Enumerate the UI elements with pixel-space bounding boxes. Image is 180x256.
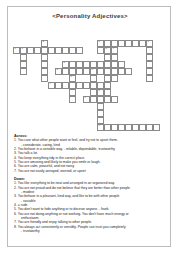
grid-cell[interactable]: 3 — [104, 47, 111, 54]
empty-cell — [90, 117, 97, 124]
empty-cell — [132, 110, 139, 117]
empty-cell — [27, 61, 34, 68]
empty-cell — [111, 110, 118, 117]
empty-cell — [13, 68, 20, 75]
empty-cell — [90, 40, 97, 47]
empty-cell — [27, 89, 34, 96]
empty-cell — [27, 117, 34, 124]
empty-cell — [160, 68, 167, 75]
grid-cell[interactable] — [76, 82, 83, 89]
empty-cell — [20, 75, 27, 82]
empty-cell — [160, 117, 167, 124]
grid-cell[interactable] — [69, 82, 76, 89]
clue-number: 1 — [21, 48, 22, 51]
grid-cell[interactable] — [97, 82, 104, 89]
grid-cell[interactable]: 8 — [97, 89, 104, 96]
empty-cell — [41, 103, 48, 110]
empty-cell — [153, 61, 160, 68]
empty-cell — [55, 96, 62, 103]
grid-cell[interactable] — [104, 40, 111, 47]
grid-cell[interactable]: 6 — [69, 75, 76, 82]
grid-cell[interactable] — [48, 47, 55, 54]
empty-cell — [34, 89, 41, 96]
empty-cell — [153, 82, 160, 89]
empty-cell — [20, 124, 27, 131]
grid-cell[interactable] — [83, 68, 90, 75]
empty-cell — [76, 103, 83, 110]
empty-cell — [34, 68, 41, 75]
empty-cell — [153, 54, 160, 61]
empty-cell — [20, 82, 27, 89]
grid-cell[interactable]: 1 — [20, 47, 27, 54]
grid-cell[interactable] — [111, 61, 118, 68]
empty-cell — [41, 117, 48, 124]
empty-cell — [76, 89, 83, 96]
empty-cell — [13, 124, 20, 131]
grid-cell[interactable] — [83, 82, 90, 89]
empty-cell — [83, 124, 90, 131]
grid-cell[interactable] — [111, 40, 118, 47]
empty-cell — [62, 96, 69, 103]
grid-cell[interactable] — [69, 96, 76, 103]
empty-cell — [118, 89, 125, 96]
empty-cell — [139, 68, 146, 75]
empty-cell — [62, 75, 69, 82]
grid-cell[interactable] — [69, 47, 76, 54]
grid-cell[interactable] — [62, 82, 69, 89]
empty-cell — [27, 110, 34, 117]
grid-cell[interactable] — [104, 124, 111, 131]
empty-cell — [104, 110, 111, 117]
clue-number: 3 — [105, 48, 106, 51]
grid-cell[interactable] — [55, 47, 62, 54]
grid-cell[interactable] — [146, 61, 153, 68]
grid-cell[interactable] — [97, 96, 104, 103]
empty-cell — [118, 96, 125, 103]
empty-cell — [139, 54, 146, 61]
grid-cell[interactable] — [125, 68, 132, 75]
empty-cell — [76, 75, 83, 82]
empty-cell — [27, 68, 34, 75]
empty-cell — [118, 110, 125, 117]
grid-cell[interactable]: 6 — [83, 96, 90, 103]
empty-cell — [90, 110, 97, 117]
empty-cell — [62, 103, 69, 110]
empty-cell — [139, 82, 146, 89]
empty-cell — [48, 54, 55, 61]
empty-cell — [62, 89, 69, 96]
grid-cell[interactable] — [118, 124, 125, 131]
empty-cell — [153, 75, 160, 82]
grid-cell[interactable] — [125, 40, 132, 47]
empty-cell — [153, 47, 160, 54]
grid-cell[interactable] — [146, 68, 153, 75]
clue-number: 7 — [91, 69, 92, 72]
clue-number: 2 — [42, 41, 43, 44]
empty-cell — [76, 96, 83, 103]
empty-cell — [34, 110, 41, 117]
empty-cell — [34, 40, 41, 47]
clue-number: 7 — [98, 125, 99, 128]
clue-number: 5 — [98, 41, 99, 44]
grid-cell[interactable]: 2 — [55, 68, 62, 75]
grid-cell[interactable] — [111, 124, 118, 131]
empty-cell — [13, 89, 20, 96]
empty-cell — [139, 89, 146, 96]
grid-cell[interactable] — [76, 68, 83, 75]
grid-cell[interactable] — [104, 96, 111, 103]
grid-cell[interactable] — [34, 47, 41, 54]
grid-cell[interactable] — [139, 124, 146, 131]
empty-cell — [55, 40, 62, 47]
grid-cell[interactable] — [97, 47, 104, 54]
empty-cell — [34, 61, 41, 68]
empty-cell — [97, 54, 104, 61]
empty-cell — [153, 117, 160, 124]
empty-cell — [27, 96, 34, 103]
empty-cell — [153, 110, 160, 117]
clue-number: 2 — [56, 69, 57, 72]
grid-cell[interactable] — [90, 96, 97, 103]
empty-cell — [125, 110, 132, 117]
empty-cell — [160, 124, 167, 131]
grid-cell[interactable] — [104, 61, 111, 68]
empty-cell — [118, 75, 125, 82]
empty-cell — [118, 47, 125, 54]
empty-cell — [160, 110, 167, 117]
empty-cell — [62, 40, 69, 47]
empty-cell — [139, 96, 146, 103]
grid-cell[interactable] — [118, 68, 125, 75]
grid-cell[interactable]: 7 — [97, 124, 104, 131]
empty-cell — [13, 117, 20, 124]
down-clues-list: 1. You like everything to be neat and ar… — [14, 181, 166, 233]
empty-cell — [125, 75, 132, 82]
empty-cell — [111, 103, 118, 110]
empty-cell — [118, 82, 125, 89]
empty-cell — [132, 75, 139, 82]
empty-cell — [146, 89, 153, 96]
empty-cell — [153, 68, 160, 75]
grid-cell[interactable] — [146, 54, 153, 61]
clue-number: 4 — [112, 48, 113, 51]
empty-cell — [97, 75, 104, 82]
empty-cell — [27, 124, 34, 131]
empty-cell — [125, 117, 132, 124]
grid-cell[interactable] — [146, 75, 153, 82]
empty-cell — [83, 40, 90, 47]
empty-cell — [83, 47, 90, 54]
empty-cell — [13, 96, 20, 103]
empty-cell — [125, 82, 132, 89]
grid-cell[interactable]: 5 — [97, 40, 104, 47]
empty-cell — [132, 47, 139, 54]
empty-cell — [69, 103, 76, 110]
empty-cell — [132, 61, 139, 68]
grid-cell[interactable]: 5 — [146, 40, 153, 47]
empty-cell — [62, 110, 69, 117]
empty-cell — [153, 96, 160, 103]
grid-cell[interactable] — [55, 82, 62, 89]
grid-cell[interactable] — [62, 47, 69, 54]
empty-cell — [41, 110, 48, 117]
empty-cell — [146, 110, 153, 117]
grid-cell[interactable]: 2 — [41, 40, 48, 47]
grid-cell[interactable] — [41, 68, 48, 75]
empty-cell — [160, 54, 167, 61]
grid-cell[interactable] — [104, 82, 111, 89]
empty-cell — [27, 54, 34, 61]
empty-cell — [27, 75, 34, 82]
grid-cell[interactable] — [90, 61, 97, 68]
empty-cell — [125, 54, 132, 61]
empty-cell — [83, 117, 90, 124]
empty-cell — [41, 89, 48, 96]
empty-cell — [132, 54, 139, 61]
empty-cell — [48, 124, 55, 131]
empty-cell — [20, 103, 27, 110]
empty-cell — [48, 40, 55, 47]
empty-cell — [111, 117, 118, 124]
grid-cell[interactable] — [90, 89, 97, 96]
grid-cell[interactable]: 7 — [90, 68, 97, 75]
empty-cell — [132, 96, 139, 103]
grid-cell[interactable] — [90, 82, 97, 89]
empty-cell — [139, 47, 146, 54]
grid-cell[interactable] — [97, 117, 104, 124]
empty-cell — [153, 89, 160, 96]
grid-cell[interactable] — [132, 124, 139, 131]
clue-number: 6 — [70, 76, 71, 79]
grid-cell[interactable] — [69, 89, 76, 96]
empty-cell — [139, 117, 146, 124]
empty-cell — [132, 82, 139, 89]
empty-cell — [146, 117, 153, 124]
empty-cell — [20, 40, 27, 47]
empty-cell — [55, 61, 62, 68]
empty-cell — [76, 110, 83, 117]
empty-cell — [160, 89, 167, 96]
empty-cell — [125, 96, 132, 103]
empty-cell — [55, 117, 62, 124]
empty-cell — [69, 40, 76, 47]
empty-cell — [125, 61, 132, 68]
empty-cell — [160, 61, 167, 68]
across-clues-list: 1. You care what other people want or fe… — [14, 138, 166, 173]
grid-cell[interactable] — [139, 40, 146, 47]
clue-number: 5 — [147, 41, 148, 44]
empty-cell — [125, 89, 132, 96]
empty-cell — [55, 89, 62, 96]
empty-cell — [41, 124, 48, 131]
grid-cell[interactable] — [153, 124, 160, 131]
grid-cell[interactable] — [41, 54, 48, 61]
empty-cell — [90, 103, 97, 110]
empty-cell — [160, 75, 167, 82]
empty-cell — [69, 110, 76, 117]
empty-cell — [139, 110, 146, 117]
grid-cell[interactable] — [146, 124, 153, 131]
grid-cell[interactable] — [97, 103, 104, 110]
grid-cell[interactable]: 4 — [48, 82, 55, 89]
grid-cell[interactable] — [111, 68, 118, 75]
empty-cell — [55, 124, 62, 131]
empty-cell — [139, 103, 146, 110]
grid-cell[interactable]: 1 — [13, 47, 20, 54]
empty-cell — [13, 61, 20, 68]
empty-cell — [118, 54, 125, 61]
empty-cell — [160, 103, 167, 110]
empty-cell — [76, 124, 83, 131]
grid-cell[interactable] — [111, 54, 118, 61]
empty-cell — [132, 117, 139, 124]
empty-cell — [160, 47, 167, 54]
empty-cell — [69, 117, 76, 124]
empty-cell — [13, 82, 20, 89]
grid-cell[interactable] — [111, 96, 118, 103]
empty-cell — [34, 96, 41, 103]
empty-cell — [104, 117, 111, 124]
grid-cell[interactable] — [146, 47, 153, 54]
empty-cell — [27, 82, 34, 89]
grid-cell[interactable] — [104, 89, 111, 96]
empty-cell — [146, 96, 153, 103]
empty-cell — [13, 40, 20, 47]
empty-cell — [153, 40, 160, 47]
empty-cell — [125, 47, 132, 54]
empty-cell — [83, 110, 90, 117]
empty-cell — [62, 117, 69, 124]
page-title: <Personality Adjectives> — [0, 13, 180, 19]
empty-cell — [139, 75, 146, 82]
empty-cell — [55, 54, 62, 61]
clue-number: 4 — [49, 83, 50, 86]
empty-cell — [13, 103, 20, 110]
grid-cell[interactable] — [69, 68, 76, 75]
empty-cell — [48, 68, 55, 75]
empty-cell — [55, 75, 62, 82]
empty-cell — [83, 89, 90, 96]
grid-cell[interactable] — [118, 40, 125, 47]
empty-cell — [76, 117, 83, 124]
grid-cell[interactable] — [76, 61, 83, 68]
grid-cell[interactable] — [20, 54, 27, 61]
empty-cell — [83, 103, 90, 110]
empty-cell — [55, 103, 62, 110]
empty-cell — [83, 75, 90, 82]
empty-cell — [41, 82, 48, 89]
empty-cell — [118, 117, 125, 124]
empty-cell — [27, 40, 34, 47]
empty-cell — [125, 103, 132, 110]
empty-cell — [139, 61, 146, 68]
clue-line: 7. You are not easily annoyed, worried, … — [14, 169, 166, 173]
clue-line: - trustworthy — [14, 229, 166, 233]
grid-cell[interactable] — [118, 61, 125, 68]
empty-cell — [153, 103, 160, 110]
empty-cell — [48, 103, 55, 110]
clue-number: 6 — [84, 97, 85, 100]
empty-cell — [34, 117, 41, 124]
empty-cell — [118, 103, 125, 110]
empty-cell — [13, 75, 20, 82]
empty-cell — [111, 89, 118, 96]
empty-cell — [34, 75, 41, 82]
empty-cell — [55, 110, 62, 117]
grid-cell[interactable] — [83, 61, 90, 68]
grid-cell[interactable] — [97, 110, 104, 117]
grid-cell[interactable] — [104, 68, 111, 75]
grid-cell[interactable] — [111, 75, 118, 82]
grid-cell[interactable] — [76, 47, 83, 54]
crossword-grid: 255113432764867 — [13, 40, 167, 131]
grid-cell[interactable] — [20, 61, 27, 68]
grid-cell[interactable] — [104, 75, 111, 82]
grid-cell[interactable]: 3 — [62, 61, 69, 68]
empty-cell — [48, 110, 55, 117]
grid-cell[interactable] — [125, 124, 132, 131]
empty-cell — [160, 82, 167, 89]
empty-cell — [27, 103, 34, 110]
empty-cell — [48, 96, 55, 103]
empty-cell — [146, 82, 153, 89]
grid-cell[interactable] — [41, 75, 48, 82]
empty-cell — [41, 96, 48, 103]
empty-cell — [160, 40, 167, 47]
empty-cell — [48, 89, 55, 96]
empty-cell — [111, 82, 118, 89]
empty-cell — [104, 103, 111, 110]
empty-cell — [48, 75, 55, 82]
grid-cell[interactable]: 4 — [111, 47, 118, 54]
grid-cell[interactable] — [62, 68, 69, 75]
empty-cell — [69, 54, 76, 61]
grid-cell[interactable] — [20, 68, 27, 75]
empty-cell — [13, 110, 20, 117]
empty-cell — [90, 47, 97, 54]
empty-cell — [83, 54, 90, 61]
grid-cell[interactable] — [41, 47, 48, 54]
across-clues-section: Across: 1. You care what other people wa… — [14, 134, 166, 173]
empty-cell — [76, 40, 83, 47]
grid-cell[interactable] — [41, 61, 48, 68]
empty-cell — [34, 82, 41, 89]
grid-cell[interactable] — [69, 61, 76, 68]
clue-number: 3 — [63, 62, 64, 65]
empty-cell — [48, 61, 55, 68]
clue-number: 1 — [14, 48, 15, 51]
empty-cell — [132, 103, 139, 110]
empty-cell — [13, 54, 20, 61]
grid-cell[interactable] — [90, 75, 97, 82]
empty-cell — [132, 68, 139, 75]
empty-cell — [20, 96, 27, 103]
grid-cell[interactable] — [132, 40, 139, 47]
empty-cell — [90, 54, 97, 61]
down-clues-section: Down: 1. You like everything to be neat … — [14, 177, 166, 233]
empty-cell — [160, 96, 167, 103]
grid-cell[interactable] — [104, 54, 111, 61]
grid-cell[interactable] — [97, 68, 104, 75]
empty-cell — [146, 103, 153, 110]
grid-cell[interactable] — [97, 61, 104, 68]
empty-cell — [34, 124, 41, 131]
empty-cell — [62, 54, 69, 61]
clue-number: 8 — [98, 90, 99, 93]
empty-cell — [20, 110, 27, 117]
grid-cell[interactable] — [27, 47, 34, 54]
empty-cell — [34, 103, 41, 110]
